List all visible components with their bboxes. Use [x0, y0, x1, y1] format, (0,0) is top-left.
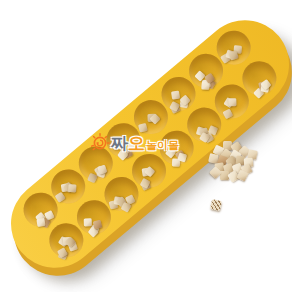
mancala-product-photo: 짜오 놀이몰: [0, 0, 292, 292]
seed-cube: [88, 173, 98, 183]
watermark-secondary-text: 놀이몰: [146, 140, 179, 151]
watermark-char-1: 짜: [111, 133, 128, 153]
seed-cube: [68, 184, 77, 193]
sun-spiral-icon: [90, 133, 110, 153]
watermark-primary-text: 짜오: [111, 135, 145, 152]
seed-cube: [171, 91, 180, 100]
hatched-seed-cube: [210, 199, 222, 211]
seed-cube: [228, 98, 236, 106]
watermark: 짜오 놀이몰: [90, 133, 179, 153]
watermark-char-2: 오: [128, 133, 145, 153]
seed-cube: [83, 218, 91, 226]
